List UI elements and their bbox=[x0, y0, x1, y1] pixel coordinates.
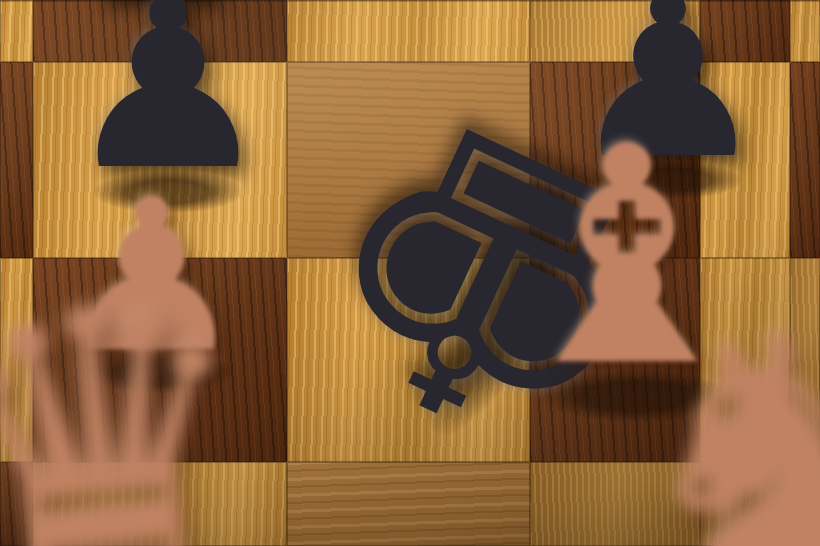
square-r1-c0 bbox=[0, 62, 33, 258]
square-r0-c5 bbox=[790, 0, 820, 62]
square-r0-c0 bbox=[0, 0, 33, 62]
white-queen-blurred: ♛ bbox=[0, 249, 277, 546]
chess-board-photo: ♝♟♚♟♝♟♛♞ bbox=[0, 0, 820, 546]
white-knight-blurred: ♞ bbox=[611, 280, 820, 546]
square-r1-c5 bbox=[790, 62, 820, 258]
